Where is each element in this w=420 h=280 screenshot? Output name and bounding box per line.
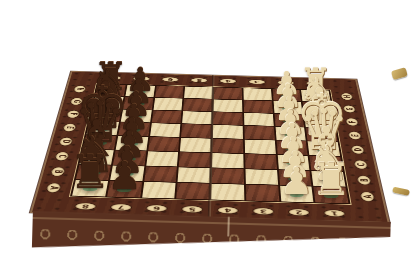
coord-right-F: F — [346, 118, 359, 126]
square-f1 — [304, 114, 335, 127]
square-a5 — [176, 183, 209, 200]
square-c7 — [113, 150, 146, 165]
square-c3 — [245, 154, 277, 169]
coord-right-D: D — [351, 145, 364, 153]
coord-right-C: C — [354, 160, 368, 169]
coord-left-D: D — [59, 137, 73, 145]
coord-far-2: 2 — [278, 80, 294, 85]
coord-near-2: 2 — [289, 209, 309, 216]
coord-left-F: F — [67, 110, 80, 118]
square-h6 — [155, 86, 184, 98]
square-b8 — [76, 164, 111, 180]
square-a3 — [246, 185, 279, 202]
square-a8 — [72, 180, 108, 196]
square-f6 — [151, 110, 181, 123]
square-g7 — [123, 97, 153, 110]
chess-set-photo: 88HH77GG66FF55EE44DD33CC22BB11AA ♜♟♟♜♞♟♟… — [0, 0, 420, 280]
coord-left-G: G — [70, 98, 83, 105]
square-h3 — [243, 88, 271, 100]
coord-right-G: G — [343, 105, 355, 112]
square-e8 — [86, 122, 118, 136]
square-e2 — [275, 127, 306, 141]
square-d4 — [213, 139, 244, 153]
square-c8 — [80, 149, 114, 164]
coord-near-8: 8 — [75, 203, 96, 210]
board-tilt-wrapper: 88HH77GG66FF55EE44DD33CC22BB11AA — [0, 0, 420, 280]
square-d6 — [148, 137, 180, 151]
square-g8 — [93, 96, 124, 109]
coord-left-A: A — [46, 183, 61, 193]
coord-near-1: 1 — [324, 210, 345, 217]
square-f7 — [121, 109, 152, 122]
chess-board: 88HH77GG66FF55EE44DD33CC22BB11AA — [30, 71, 390, 223]
square-d8 — [83, 135, 116, 149]
square-c6 — [146, 151, 178, 166]
square-g2 — [273, 101, 302, 114]
square-b6 — [144, 166, 177, 182]
square-e6 — [150, 123, 181, 137]
coord-far-8: 8 — [104, 75, 121, 80]
coord-right-H: H — [341, 93, 353, 100]
square-c5 — [179, 152, 211, 167]
square-h5 — [184, 87, 212, 99]
square-f8 — [90, 109, 121, 122]
square-d5 — [180, 138, 211, 152]
apron-seam — [227, 216, 230, 236]
coord-right-B: B — [357, 175, 371, 184]
square-b3 — [245, 169, 277, 185]
square-f4 — [213, 112, 242, 125]
square-c2 — [277, 155, 309, 170]
square-a6 — [142, 182, 176, 198]
square-g1 — [303, 102, 333, 115]
square-a7 — [107, 181, 142, 197]
square-e7 — [118, 122, 150, 136]
square-h1 — [301, 90, 330, 102]
square-b5 — [178, 167, 210, 183]
brass-hook — [392, 187, 410, 196]
square-b4 — [212, 168, 244, 184]
square-h4 — [214, 87, 242, 99]
square-e4 — [213, 125, 243, 139]
square-b7 — [110, 165, 144, 181]
square-g3 — [244, 100, 273, 113]
coord-far-1: 1 — [306, 81, 323, 86]
coord-near-3: 3 — [253, 208, 273, 215]
square-b1 — [312, 171, 346, 187]
square-e5 — [181, 124, 211, 138]
square-g5 — [183, 99, 212, 112]
coord-right-A: A — [360, 192, 374, 202]
brass-clasp — [391, 67, 408, 80]
square-a4 — [211, 184, 244, 201]
square-c4 — [212, 153, 243, 168]
coord-far-3: 3 — [249, 79, 265, 84]
square-d3 — [245, 140, 276, 154]
square-f2 — [274, 114, 304, 127]
square-e3 — [244, 126, 274, 140]
square-a1 — [314, 187, 349, 204]
coord-left-B: B — [51, 167, 66, 176]
coord-far-6: 6 — [162, 77, 178, 82]
coord-far-5: 5 — [191, 78, 207, 83]
square-g6 — [153, 98, 182, 111]
square-f3 — [244, 113, 273, 126]
square-h8 — [96, 84, 126, 96]
coord-near-7: 7 — [111, 204, 132, 211]
square-h2 — [272, 89, 301, 101]
coord-near-6: 6 — [146, 205, 166, 212]
square-d1 — [308, 141, 340, 155]
coord-left-C: C — [55, 152, 69, 161]
coord-left-E: E — [63, 123, 76, 131]
square-a2 — [280, 186, 314, 203]
coord-near-4: 4 — [218, 207, 238, 214]
coord-near-5: 5 — [182, 206, 202, 213]
coord-far-4: 4 — [220, 79, 236, 84]
coord-far-7: 7 — [133, 76, 150, 81]
board-border-frame: 88HH77GG66FF55EE44DD33CC22BB11AA — [30, 71, 390, 223]
square-c1 — [310, 156, 343, 171]
square-e1 — [306, 128, 337, 142]
square-h7 — [125, 85, 154, 97]
square-b2 — [278, 170, 311, 186]
square-g4 — [214, 99, 243, 112]
coord-left-H: H — [74, 85, 86, 92]
square-d2 — [276, 140, 308, 154]
square-f5 — [182, 111, 212, 124]
coord-right-E: E — [348, 131, 361, 139]
square-d7 — [115, 136, 147, 150]
